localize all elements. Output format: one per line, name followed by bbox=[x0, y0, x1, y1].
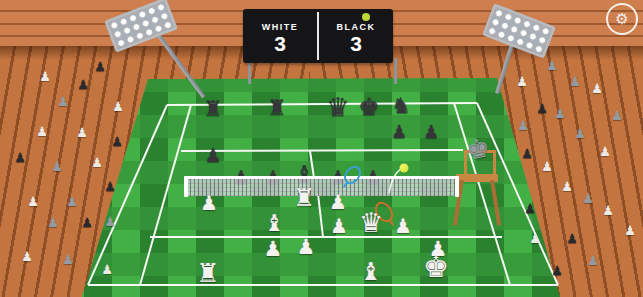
white-bishop: ♝ bbox=[264, 212, 285, 235]
white-pawn: ♟ bbox=[297, 237, 316, 258]
white-pawn: ♟ bbox=[394, 216, 412, 236]
white-pawn: ♟ bbox=[330, 216, 348, 236]
settings-button[interactable]: ⚙ bbox=[606, 3, 638, 35]
white-rook: ♜ bbox=[196, 260, 219, 286]
white-pawn: ♟ bbox=[329, 192, 347, 212]
ball-trail bbox=[0, 0, 643, 297]
game-screen[interactable]: ♟♟♟♟♟♟♟♟♟♟♟♟♟♟♟♟♟♟♟♟♟♟♟♟♟♟♟♟♟♟♟♟♟♟♟♟♟♟♟♟… bbox=[0, 0, 643, 297]
tennis-ball bbox=[400, 164, 409, 173]
white-rook: ♜ bbox=[293, 186, 315, 210]
white-queen: ♛ bbox=[359, 209, 383, 236]
gear-icon: ⚙ bbox=[615, 12, 628, 27]
white-bishop: ♝ bbox=[360, 259, 382, 284]
white-king: ♚ bbox=[423, 253, 449, 282]
white-pawn: ♟ bbox=[264, 239, 283, 260]
white-pawn: ♟ bbox=[200, 193, 218, 213]
